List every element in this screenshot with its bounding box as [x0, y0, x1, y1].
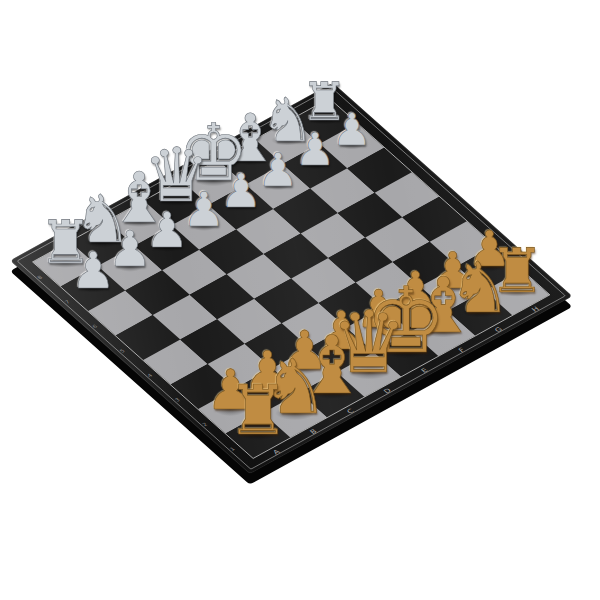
chess-piece-silver-pawn-f7[interactable]: ♟: [257, 147, 298, 193]
chess-piece-silver-pawn-e7[interactable]: ♟: [220, 167, 262, 214]
chess-piece-silver-pawn-a7[interactable]: ♟: [70, 245, 115, 295]
chess-set-photo: ABCDEFGH12345678 ♜♞♝♛♚♝♞♜♟♟♟♟♟♟♟♟♟♟♟♟♟♟♟…: [0, 0, 600, 600]
chess-piece-silver-pawn-d7[interactable]: ♟: [183, 186, 226, 234]
pieces-layer: ♜♞♝♛♚♝♞♜♟♟♟♟♟♟♟♟♟♟♟♟♟♟♟♟♜♞♝♛♚♝♞♜: [0, 0, 600, 600]
chess-piece-silver-pawn-h7[interactable]: ♟: [332, 107, 372, 152]
chess-piece-silver-pawn-g7[interactable]: ♟: [295, 127, 336, 172]
chess-piece-gold-rook-a1[interactable]: ♜: [227, 377, 288, 445]
